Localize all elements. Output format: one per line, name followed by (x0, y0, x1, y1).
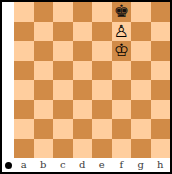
square-h3[interactable] (151, 100, 171, 120)
square-a6[interactable] (14, 41, 34, 61)
file-label-c: c (53, 158, 73, 172)
square-g5[interactable] (131, 61, 151, 81)
square-b8[interactable] (34, 2, 54, 22)
square-f7[interactable]: ♙ (112, 22, 132, 42)
square-a4[interactable] (14, 80, 34, 100)
square-b1[interactable] (34, 139, 54, 159)
square-c5[interactable] (53, 61, 73, 81)
square-e5[interactable] (92, 61, 112, 81)
square-h5[interactable] (151, 61, 171, 81)
square-f4[interactable] (112, 80, 132, 100)
square-h6[interactable] (151, 41, 171, 61)
square-d7[interactable] (73, 22, 93, 42)
file-label-b: b (34, 158, 54, 172)
rank-label-7 (2, 22, 14, 42)
white-king: ♔ (114, 41, 129, 61)
square-c1[interactable] (53, 139, 73, 159)
square-c8[interactable] (53, 2, 73, 22)
chess-diagram: ♚♙♔abcdefgh (0, 0, 172, 174)
square-f2[interactable] (112, 119, 132, 139)
square-b2[interactable] (34, 119, 54, 139)
square-d4[interactable] (73, 80, 93, 100)
file-label-d: d (73, 158, 93, 172)
square-h1[interactable] (151, 139, 171, 159)
rank-label-8 (2, 2, 14, 22)
square-c3[interactable] (53, 100, 73, 120)
square-b6[interactable] (34, 41, 54, 61)
file-label-a: a (14, 158, 34, 172)
square-h4[interactable] (151, 80, 171, 100)
square-c2[interactable] (53, 119, 73, 139)
chess-board: ♚♙♔abcdefgh (2, 2, 170, 172)
square-g6[interactable] (131, 41, 151, 61)
square-b4[interactable] (34, 80, 54, 100)
square-a8[interactable] (14, 2, 34, 22)
square-f3[interactable] (112, 100, 132, 120)
square-e2[interactable] (92, 119, 112, 139)
rank-label-4 (2, 80, 14, 100)
square-e7[interactable] (92, 22, 112, 42)
square-f5[interactable] (112, 61, 132, 81)
square-h7[interactable] (151, 22, 171, 42)
rank-label-2 (2, 119, 14, 139)
square-e3[interactable] (92, 100, 112, 120)
square-d1[interactable] (73, 139, 93, 159)
square-d8[interactable] (73, 2, 93, 22)
file-label-e: e (92, 158, 112, 172)
file-label-g: g (131, 158, 151, 172)
file-label-f: f (112, 158, 132, 172)
square-g1[interactable] (131, 139, 151, 159)
square-a1[interactable] (14, 139, 34, 159)
square-d6[interactable] (73, 41, 93, 61)
rank-label-6 (2, 41, 14, 61)
black-king: ♚ (114, 2, 129, 22)
rank-label-5 (2, 61, 14, 81)
square-g3[interactable] (131, 100, 151, 120)
square-f6[interactable]: ♔ (112, 41, 132, 61)
square-c4[interactable] (53, 80, 73, 100)
square-a5[interactable] (14, 61, 34, 81)
square-b7[interactable] (34, 22, 54, 42)
square-b5[interactable] (34, 61, 54, 81)
rank-label-1 (2, 139, 14, 159)
square-f8[interactable]: ♚ (112, 2, 132, 22)
square-h8[interactable] (151, 2, 171, 22)
square-e6[interactable] (92, 41, 112, 61)
square-a7[interactable] (14, 22, 34, 42)
square-d3[interactable] (73, 100, 93, 120)
square-g2[interactable] (131, 119, 151, 139)
file-label-h: h (151, 158, 171, 172)
square-a2[interactable] (14, 119, 34, 139)
square-e4[interactable] (92, 80, 112, 100)
square-g8[interactable] (131, 2, 151, 22)
square-a3[interactable] (14, 100, 34, 120)
square-c7[interactable] (53, 22, 73, 42)
white-pawn: ♙ (114, 22, 129, 42)
square-e8[interactable] (92, 2, 112, 22)
square-g7[interactable] (131, 22, 151, 42)
square-h2[interactable] (151, 119, 171, 139)
square-e1[interactable] (92, 139, 112, 159)
black-to-move-indicator (2, 158, 14, 172)
square-g4[interactable] (131, 80, 151, 100)
square-b3[interactable] (34, 100, 54, 120)
square-d5[interactable] (73, 61, 93, 81)
square-c6[interactable] (53, 41, 73, 61)
rank-label-3 (2, 100, 14, 120)
square-d2[interactable] (73, 119, 93, 139)
move-dot-icon (5, 162, 12, 169)
square-f1[interactable] (112, 139, 132, 159)
